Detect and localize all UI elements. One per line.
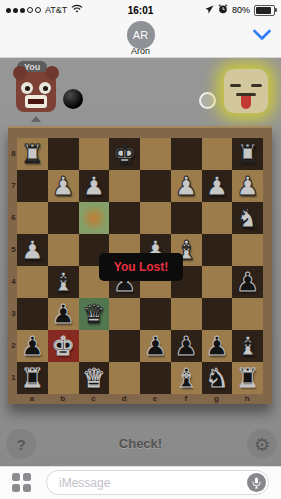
imessage-apps-icon[interactable] — [12, 473, 32, 493]
square-g1[interactable]: ♞ — [202, 362, 233, 394]
piece-black-pawn: ♟ — [21, 333, 44, 359]
rank-label-6: 6 — [10, 213, 17, 222]
alarm-clock-icon — [218, 4, 228, 16]
game-status-text: Check! — [0, 436, 281, 451]
file-label-g: g — [212, 394, 222, 404]
square-a7[interactable] — [17, 170, 48, 202]
square-e3[interactable] — [140, 298, 171, 330]
piece-black-pawn: ♟ — [174, 333, 197, 359]
piece-white-bishop: ♝ — [236, 333, 259, 359]
square-a3[interactable] — [17, 298, 48, 330]
file-label-c: c — [89, 394, 99, 404]
player-color-stone-black — [63, 89, 83, 109]
microphone-button[interactable] — [247, 473, 266, 492]
rank-label-3: 3 — [10, 309, 17, 318]
square-g5[interactable] — [202, 234, 233, 266]
piece-black-rook: ♜ — [21, 365, 44, 391]
chess-board: ♜♚♜♟♟♟♟♟♞♟♟♝♝♟♟♟♛♟♚♟♟♟♝♜♛♝♞♜ 87654321 ab… — [8, 126, 272, 404]
piece-white-pawn: ♟ — [51, 173, 74, 199]
square-b3[interactable]: ♟ — [48, 298, 79, 330]
battery-icon — [254, 5, 275, 16]
square-h5[interactable] — [232, 234, 263, 266]
file-label-e: e — [150, 394, 160, 404]
square-g4[interactable] — [202, 266, 233, 298]
battery-percent-label: 80% — [232, 5, 250, 15]
square-b6[interactable] — [48, 202, 79, 234]
square-e8[interactable] — [140, 138, 171, 170]
square-a8[interactable]: ♜ — [17, 138, 48, 170]
game-over-banner: You Lost! — [99, 253, 183, 281]
piece-black-knight: ♞ — [205, 365, 228, 391]
message-input[interactable]: iMessage — [46, 470, 269, 495]
piece-white-rook: ♜ — [236, 141, 259, 167]
gear-icon: ⚙ — [254, 434, 270, 455]
square-d2[interactable] — [109, 330, 140, 362]
square-g8[interactable] — [202, 138, 233, 170]
square-h2[interactable]: ♝ — [232, 330, 263, 362]
square-b5[interactable] — [48, 234, 79, 266]
piece-black-bishop: ♝ — [174, 365, 197, 391]
square-c2[interactable] — [79, 330, 110, 362]
square-h6[interactable]: ♞ — [232, 202, 263, 234]
square-a1[interactable]: ♜ — [17, 362, 48, 394]
location-arrow-icon — [205, 5, 214, 16]
piece-black-pawn: ♟ — [236, 269, 259, 295]
piece-white-pawn: ♟ — [21, 237, 44, 263]
piece-black-pawn: ♟ — [51, 301, 74, 327]
game-over-text: You Lost! — [114, 260, 168, 274]
square-d6[interactable] — [109, 202, 140, 234]
piece-white-pawn: ♟ — [205, 173, 228, 199]
square-e1[interactable] — [140, 362, 171, 394]
square-c3[interactable]: ♛ — [79, 298, 110, 330]
piece-black-pawn: ♟ — [205, 333, 228, 359]
settings-gear-button[interactable]: ⚙ — [247, 429, 277, 459]
piece-black-rook: ♜ — [236, 365, 259, 391]
square-a4[interactable] — [17, 266, 48, 298]
square-a5[interactable]: ♟ — [17, 234, 48, 266]
file-label-h: h — [242, 394, 252, 404]
square-g6[interactable] — [202, 202, 233, 234]
square-d7[interactable] — [109, 170, 140, 202]
piece-black-queen: ♛ — [82, 365, 105, 391]
rank-label-1: 1 — [10, 373, 17, 382]
square-b4[interactable]: ♝ — [48, 266, 79, 298]
contact-name: Aron — [0, 46, 281, 56]
square-h1[interactable]: ♜ — [232, 362, 263, 394]
file-label-f: f — [181, 394, 191, 404]
piece-white-rook: ♜ — [21, 141, 44, 167]
rank-label-4: 4 — [10, 277, 17, 286]
square-f6[interactable] — [171, 202, 202, 234]
piece-white-pawn: ♟ — [236, 173, 259, 199]
file-label-d: d — [119, 394, 129, 404]
square-h4[interactable]: ♟ — [232, 266, 263, 298]
piece-white-queen: ♛ — [82, 301, 105, 327]
capture-poof — [81, 205, 107, 231]
top-chrome: AT&T 16:01 80% AR Aron — [0, 0, 281, 58]
file-label-a: a — [27, 394, 37, 404]
square-b7[interactable]: ♟ — [48, 170, 79, 202]
square-d3[interactable] — [109, 298, 140, 330]
opponent-avatar[interactable] — [224, 69, 268, 113]
rank-label-8: 8 — [10, 149, 17, 158]
square-h8[interactable]: ♜ — [232, 138, 263, 170]
square-f8[interactable] — [171, 138, 202, 170]
piece-black-pawn: ♟ — [144, 333, 167, 359]
square-h7[interactable]: ♟ — [232, 170, 263, 202]
square-b2[interactable]: ♚ — [48, 330, 79, 362]
square-c1[interactable]: ♛ — [79, 362, 110, 394]
piece-white-pawn: ♟ — [82, 173, 105, 199]
rank-label-5: 5 — [10, 245, 17, 254]
square-f1[interactable]: ♝ — [171, 362, 202, 394]
square-g3[interactable] — [202, 298, 233, 330]
file-label-b: b — [58, 394, 68, 404]
square-f7[interactable]: ♟ — [171, 170, 202, 202]
square-e7[interactable] — [140, 170, 171, 202]
square-c6[interactable] — [79, 202, 110, 234]
contact-avatar[interactable]: AR — [127, 21, 155, 49]
piece-white-king: ♚ — [113, 141, 136, 167]
rank-label-2: 2 — [10, 341, 17, 350]
piece-white-bishop: ♝ — [51, 269, 74, 295]
square-c7[interactable]: ♟ — [79, 170, 110, 202]
square-f2[interactable]: ♟ — [171, 330, 202, 362]
square-f3[interactable] — [171, 298, 202, 330]
square-h3[interactable] — [232, 298, 263, 330]
square-a2[interactable]: ♟ — [17, 330, 48, 362]
piece-white-knight: ♞ — [236, 205, 259, 231]
square-e6[interactable] — [140, 202, 171, 234]
square-g7[interactable]: ♟ — [202, 170, 233, 202]
opponent-color-stone-white — [199, 92, 216, 109]
rank-label-7: 7 — [10, 181, 17, 190]
square-b1[interactable] — [48, 362, 79, 394]
square-c8[interactable] — [79, 138, 110, 170]
player-indicator-triangle — [31, 116, 41, 122]
chevron-down-icon[interactable] — [253, 27, 271, 39]
player-avatar[interactable] — [16, 72, 56, 112]
imessage-input-bar: iMessage — [0, 466, 281, 499]
chess-game-extension: You ♜♚♜♟♟♟♟♟♞♟♟♝♝♟♟♟♛♟♚♟♟♟♝♜♛♝♞♜ 8765432… — [0, 58, 281, 466]
square-d8[interactable]: ♚ — [109, 138, 140, 170]
status-bar: AT&T 16:01 80% — [0, 0, 281, 20]
message-placeholder: iMessage — [59, 476, 247, 490]
square-a6[interactable] — [17, 202, 48, 234]
piece-white-pawn: ♟ — [174, 173, 197, 199]
square-e2[interactable]: ♟ — [140, 330, 171, 362]
piece-black-king: ♚ — [51, 333, 74, 359]
square-d1[interactable] — [109, 362, 140, 394]
square-b8[interactable] — [48, 138, 79, 170]
square-g2[interactable]: ♟ — [202, 330, 233, 362]
